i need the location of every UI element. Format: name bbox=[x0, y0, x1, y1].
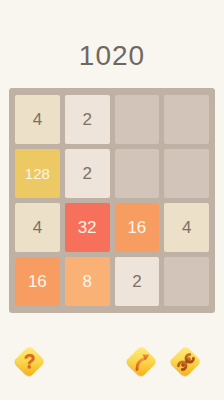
question-mark-glyph: ? bbox=[23, 350, 35, 373]
wrench-icon bbox=[169, 345, 202, 378]
empty-cell bbox=[115, 149, 160, 198]
empty-cell bbox=[115, 95, 160, 144]
empty-cell bbox=[164, 149, 209, 198]
help-button[interactable]: ? bbox=[13, 345, 46, 378]
board-grid[interactable]: 4212824321641682 bbox=[9, 88, 215, 313]
tile-2: 2 bbox=[65, 95, 110, 144]
tile-32: 32 bbox=[65, 203, 110, 252]
undo-arrow-icon bbox=[125, 345, 158, 378]
tile-2: 2 bbox=[115, 257, 160, 306]
tile-4: 4 bbox=[15, 95, 60, 144]
question-mark-icon: ? bbox=[13, 345, 46, 378]
tile-8: 8 bbox=[65, 257, 110, 306]
undo-button[interactable] bbox=[125, 345, 158, 378]
tile-4: 4 bbox=[164, 203, 209, 252]
tile-2: 2 bbox=[65, 149, 110, 198]
empty-cell bbox=[164, 95, 209, 144]
tile-16: 16 bbox=[15, 257, 60, 306]
tile-4: 4 bbox=[15, 203, 60, 252]
tile-128: 128 bbox=[15, 149, 60, 198]
empty-cell bbox=[164, 257, 209, 306]
tile-16: 16 bbox=[115, 203, 160, 252]
score-value: 1020 bbox=[0, 40, 224, 72]
settings-button[interactable] bbox=[169, 345, 202, 378]
